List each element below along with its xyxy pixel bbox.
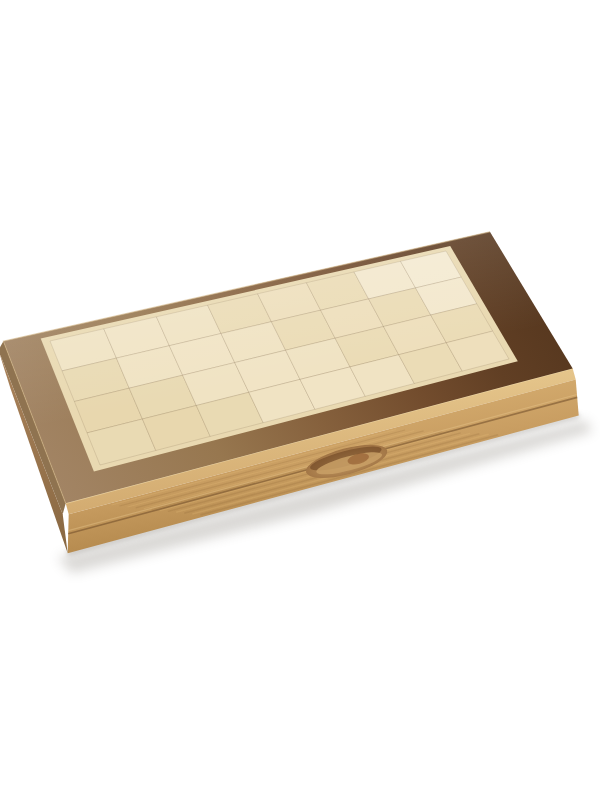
chess-box-illustration bbox=[0, 0, 600, 800]
product-photo-scene: Folded wooden chess box on a white backg… bbox=[0, 0, 600, 800]
